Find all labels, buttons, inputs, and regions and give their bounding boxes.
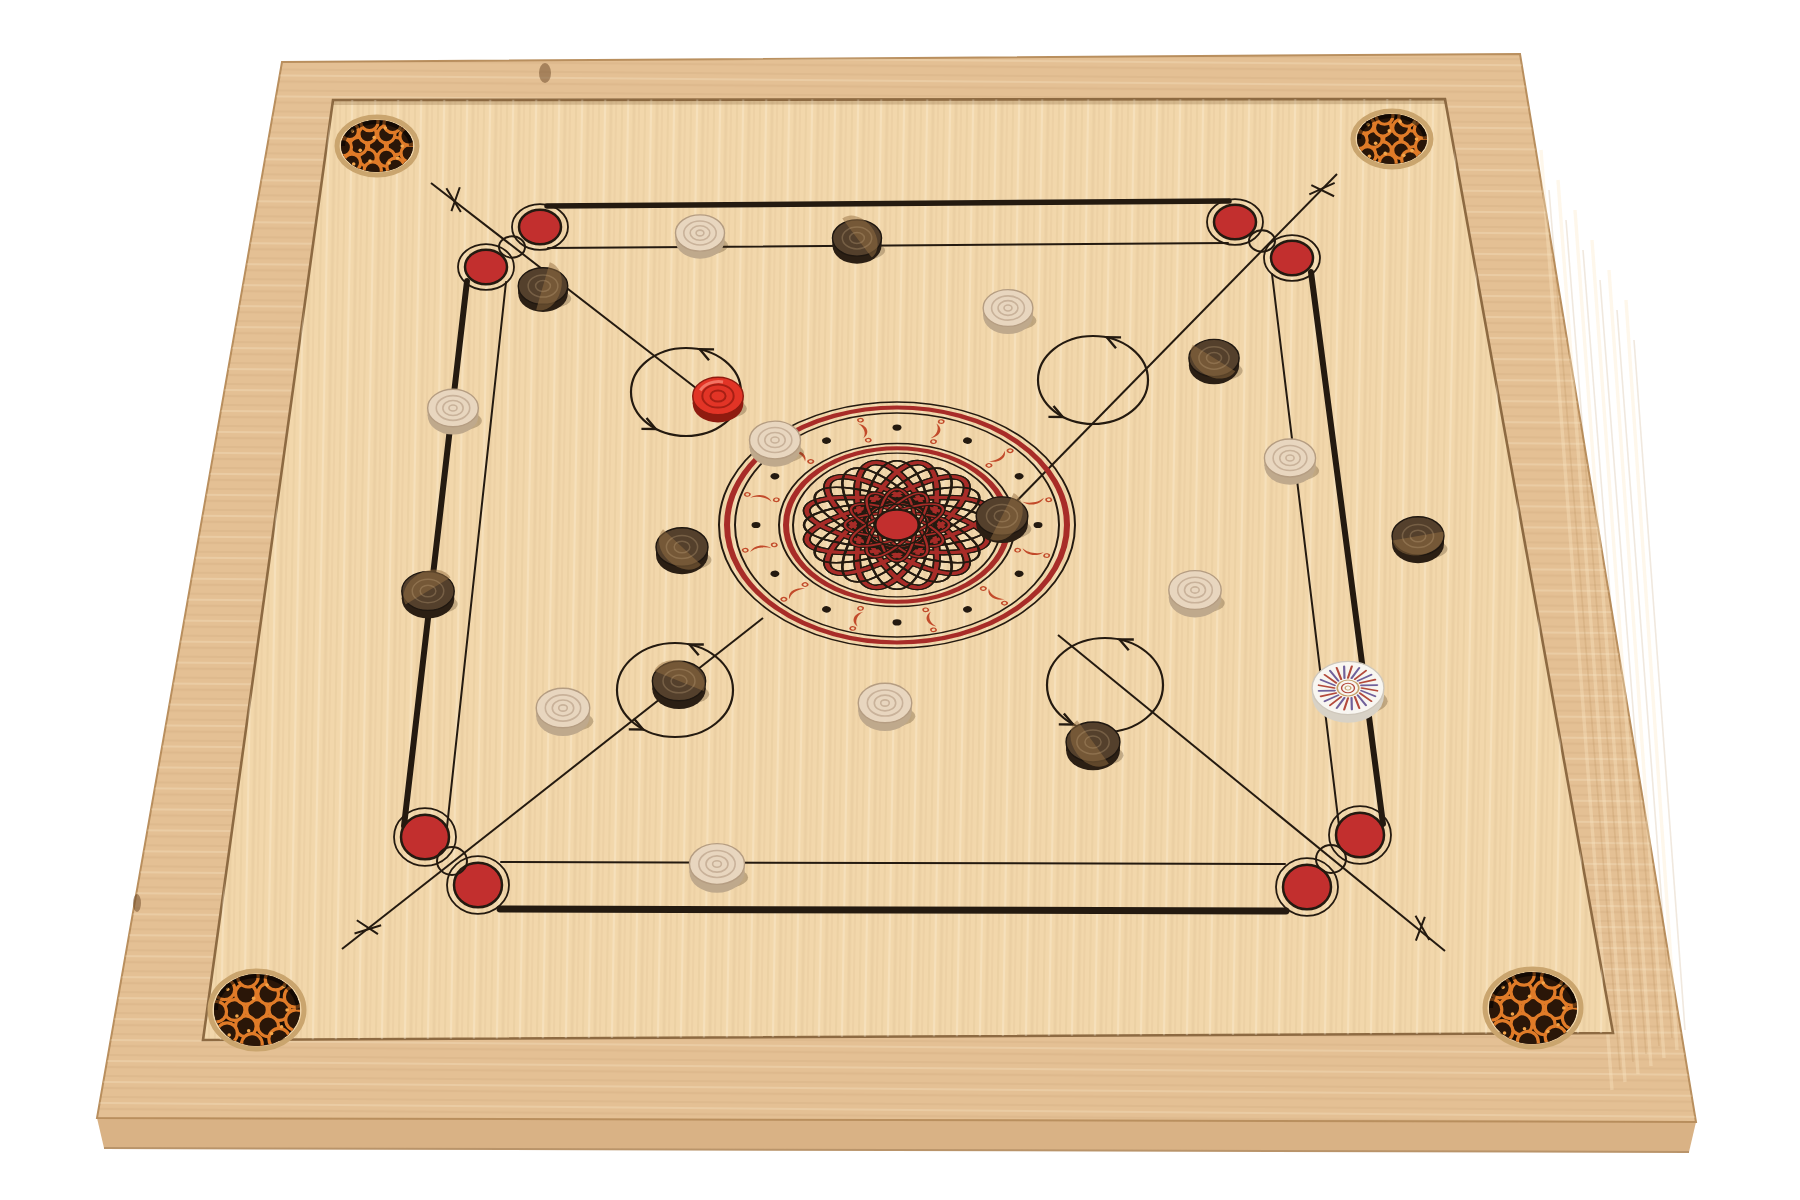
carrom-board-photo [0, 0, 1800, 1200]
base-circle-red [1271, 241, 1313, 275]
wood-knot [133, 894, 141, 912]
piece-top-face [1312, 661, 1384, 714]
mandala-band-dot [1034, 522, 1043, 528]
base-circle-red [401, 815, 449, 860]
board-svg [0, 0, 1800, 1200]
base-circle-red [519, 210, 561, 244]
base-circle-red [454, 863, 502, 908]
mandala-band-dot [752, 522, 761, 528]
mandala-band-dot [893, 424, 902, 430]
mandala-center-disc [875, 510, 919, 540]
groove-shadow [333, 102, 1445, 103]
base-circle-red [1214, 205, 1256, 239]
mandala-band-dot [893, 619, 902, 625]
bottom-baseline-outer [500, 909, 1286, 911]
piece-top-face [689, 844, 744, 885]
frame-side-face [97, 1118, 1696, 1152]
base-circle-red [465, 250, 507, 284]
wood-knot [539, 63, 551, 83]
